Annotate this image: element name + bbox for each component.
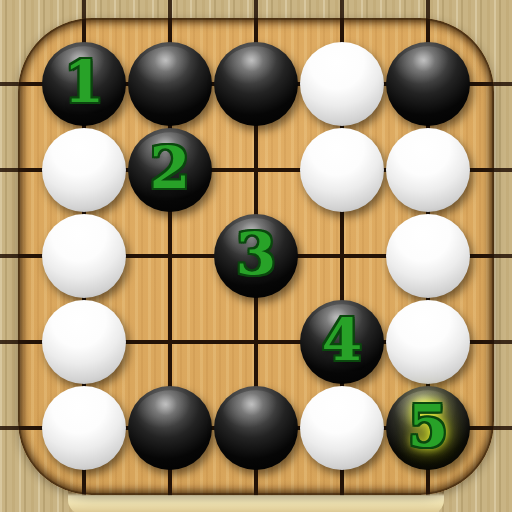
last-move-number-label: 5 (408, 397, 448, 455)
white-stone[interactable] (300, 386, 384, 470)
move-number-label: 2 (150, 139, 190, 197)
white-stone[interactable] (42, 386, 126, 470)
white-stone[interactable] (42, 214, 126, 298)
move-number-label: 1 (64, 53, 104, 111)
black-stone[interactable]: 4 (300, 300, 384, 384)
black-stone[interactable] (214, 42, 298, 126)
black-stone[interactable]: 2 (128, 128, 212, 212)
black-stone[interactable] (214, 386, 298, 470)
black-stone[interactable]: 5 (386, 386, 470, 470)
white-stone[interactable] (42, 300, 126, 384)
move-number-label: 3 (236, 225, 276, 283)
black-stone[interactable]: 3 (214, 214, 298, 298)
white-stone[interactable] (300, 128, 384, 212)
white-stone[interactable] (42, 128, 126, 212)
black-stone[interactable] (128, 386, 212, 470)
white-stone[interactable] (386, 300, 470, 384)
white-stone[interactable] (386, 214, 470, 298)
white-stone[interactable] (300, 42, 384, 126)
white-stone[interactable] (386, 128, 470, 212)
go-app-screen: 12345 (0, 0, 512, 512)
black-stone[interactable]: 1 (42, 42, 126, 126)
black-stone[interactable] (128, 42, 212, 126)
black-stone[interactable] (386, 42, 470, 126)
move-number-label: 4 (322, 311, 362, 369)
stones-layer: 12345 (0, 0, 512, 512)
